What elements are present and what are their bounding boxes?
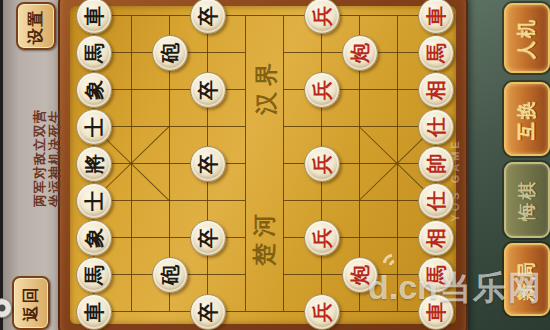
piece-bC[interactable]: 砲 (152, 257, 188, 293)
settings-button-label: 设置 (26, 8, 47, 44)
dcn-watermark: d.cn当乐网 (368, 266, 543, 311)
piece-rC[interactable]: 炮 (342, 35, 378, 71)
piece-rP[interactable]: 兵 (304, 294, 340, 330)
piece-bB[interactable]: 象 (76, 220, 112, 256)
piece-bP[interactable]: 卒 (190, 72, 226, 108)
piece-rR[interactable]: 車 (418, 0, 454, 34)
piece-bR[interactable]: 車 (76, 0, 112, 34)
piece-rP[interactable]: 兵 (304, 72, 340, 108)
piece-bA[interactable]: 士 (76, 109, 112, 145)
back-button[interactable]: 返回 (12, 276, 50, 330)
piece-rP[interactable]: 兵 (304, 0, 340, 34)
human-vs-ai-button[interactable]: 人机 (504, 3, 550, 73)
piece-bP[interactable]: 卒 (190, 0, 226, 34)
piece-bR[interactable]: 車 (76, 294, 112, 330)
board-grid-line (245, 15, 246, 311)
piece-rN[interactable]: 馬 (418, 35, 454, 71)
river-label-chuhe: 楚河 (250, 195, 278, 279)
piece-rB[interactable]: 相 (418, 220, 454, 256)
back-button-label: 返回 (21, 285, 42, 321)
piece-bA[interactable]: 士 (76, 183, 112, 219)
undo-move-label: 悔棋 (515, 179, 539, 221)
swap-sides-button[interactable]: 互换 (504, 82, 550, 156)
xiangqi-game-screen: 汉界 楚河 YOS GAME 車卒兵車馬砲炮馬象卒兵相士仕將卒兵帥士仕象卒兵相馬… (0, 0, 550, 330)
piece-rA[interactable]: 仕 (418, 109, 454, 145)
piece-bN[interactable]: 馬 (76, 35, 112, 71)
tagline-text: 两军对敌立双营 坐运神机决死生 (32, 63, 62, 253)
board-grid-line (93, 311, 436, 312)
piece-bP[interactable]: 卒 (190, 146, 226, 182)
piece-rA[interactable]: 仕 (418, 183, 454, 219)
piece-rP[interactable]: 兵 (304, 220, 340, 256)
piece-bK[interactable]: 將 (76, 146, 112, 182)
piece-bP[interactable]: 卒 (190, 220, 226, 256)
piece-rK[interactable]: 帥 (418, 146, 454, 182)
human-vs-ai-label: 人机 (515, 17, 539, 59)
board-grid-line (93, 15, 436, 16)
river-label-hanjie: 汉界 (252, 44, 280, 128)
piece-rB[interactable]: 相 (418, 72, 454, 108)
settings-button[interactable]: 设置 (16, 2, 56, 50)
piece-bN[interactable]: 馬 (76, 257, 112, 293)
swap-sides-label: 互换 (515, 98, 539, 140)
piece-bC[interactable]: 砲 (152, 35, 188, 71)
piece-rP[interactable]: 兵 (304, 146, 340, 182)
undo-move-button[interactable]: 悔棋 (504, 162, 550, 238)
piece-bB[interactable]: 象 (76, 72, 112, 108)
piece-bP[interactable]: 卒 (190, 294, 226, 330)
